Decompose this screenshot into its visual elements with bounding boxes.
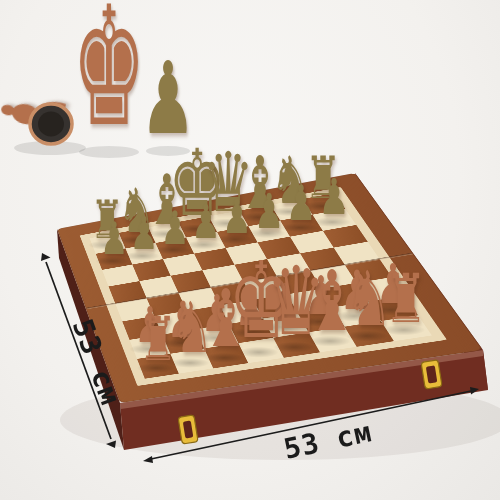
pawn-shadow — [146, 146, 190, 156]
felt-base-center — [38, 112, 64, 137]
gold-clasp-left — [178, 415, 198, 444]
chess-set-product-photo: ♜♞♝♚♛♝♞♜♟♟♟♟♟♟♟♟♟♟♟♟♟♟♟♟♜♞♝♚♛♝♞♜ ♟ ♚ ♟ 5… — [0, 0, 500, 500]
gold-clasp-right — [421, 360, 442, 389]
depth-dimension-label: 53 см — [66, 315, 128, 410]
annotations: 53 см 53 см — [0, 0, 500, 500]
king-shadow — [79, 146, 139, 158]
width-dimension-label: 53 см — [281, 415, 375, 466]
depth-dimension-arrow: 53 см — [41, 253, 127, 448]
